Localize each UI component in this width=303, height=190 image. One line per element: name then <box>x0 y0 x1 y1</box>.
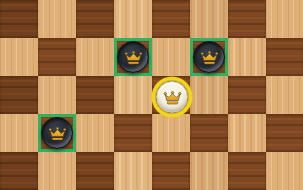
square-r1-c7[interactable] <box>266 38 303 76</box>
square-r1-c0[interactable] <box>0 38 38 76</box>
square-r1-c5[interactable] <box>190 38 228 76</box>
square-r4-c3[interactable] <box>114 152 152 190</box>
square-r3-c7[interactable] <box>266 114 303 152</box>
square-r0-c7[interactable] <box>266 0 303 38</box>
square-r1-c4[interactable] <box>152 38 190 76</box>
square-r2-c4[interactable] <box>152 76 190 114</box>
square-r0-c1[interactable] <box>38 0 76 38</box>
square-r1-c6[interactable] <box>228 38 266 76</box>
square-r4-c5[interactable] <box>190 152 228 190</box>
square-r4-c0[interactable] <box>0 152 38 190</box>
square-r2-c1[interactable] <box>38 76 76 114</box>
king-crown-icon <box>48 127 67 141</box>
square-r1-c1[interactable] <box>38 38 76 76</box>
square-r0-c4[interactable] <box>152 0 190 38</box>
square-r1-c2[interactable] <box>76 38 114 76</box>
square-r1-c3[interactable] <box>114 38 152 76</box>
square-r4-c7[interactable] <box>266 152 303 190</box>
square-r0-c0[interactable] <box>0 0 38 38</box>
square-r4-c1[interactable] <box>38 152 76 190</box>
checkers-game-view <box>0 0 303 190</box>
square-r3-c5[interactable] <box>190 114 228 152</box>
square-r3-c3[interactable] <box>114 114 152 152</box>
square-r0-c3[interactable] <box>114 0 152 38</box>
square-r4-c4[interactable] <box>152 152 190 190</box>
square-r3-c1[interactable] <box>38 114 76 152</box>
king-crown-icon <box>200 51 219 65</box>
square-r2-c6[interactable] <box>228 76 266 114</box>
square-r2-c2[interactable] <box>76 76 114 114</box>
square-r3-c2[interactable] <box>76 114 114 152</box>
square-r2-c5[interactable] <box>190 76 228 114</box>
black-king-piece[interactable] <box>117 41 149 73</box>
black-king-piece[interactable] <box>193 41 225 73</box>
square-r0-c6[interactable] <box>228 0 266 38</box>
square-r4-c6[interactable] <box>228 152 266 190</box>
square-r3-c0[interactable] <box>0 114 38 152</box>
king-crown-icon <box>163 91 182 105</box>
square-r0-c2[interactable] <box>76 0 114 38</box>
square-r2-c7[interactable] <box>266 76 303 114</box>
square-r4-c2[interactable] <box>76 152 114 190</box>
checkers-board <box>0 0 303 190</box>
square-r0-c5[interactable] <box>190 0 228 38</box>
black-king-piece[interactable] <box>41 117 73 149</box>
square-r2-c3[interactable] <box>114 76 152 114</box>
square-r2-c0[interactable] <box>0 76 38 114</box>
king-crown-icon <box>124 51 143 65</box>
square-r3-c4[interactable] <box>152 114 190 152</box>
square-r3-c6[interactable] <box>228 114 266 152</box>
white-king-piece[interactable] <box>156 81 188 113</box>
